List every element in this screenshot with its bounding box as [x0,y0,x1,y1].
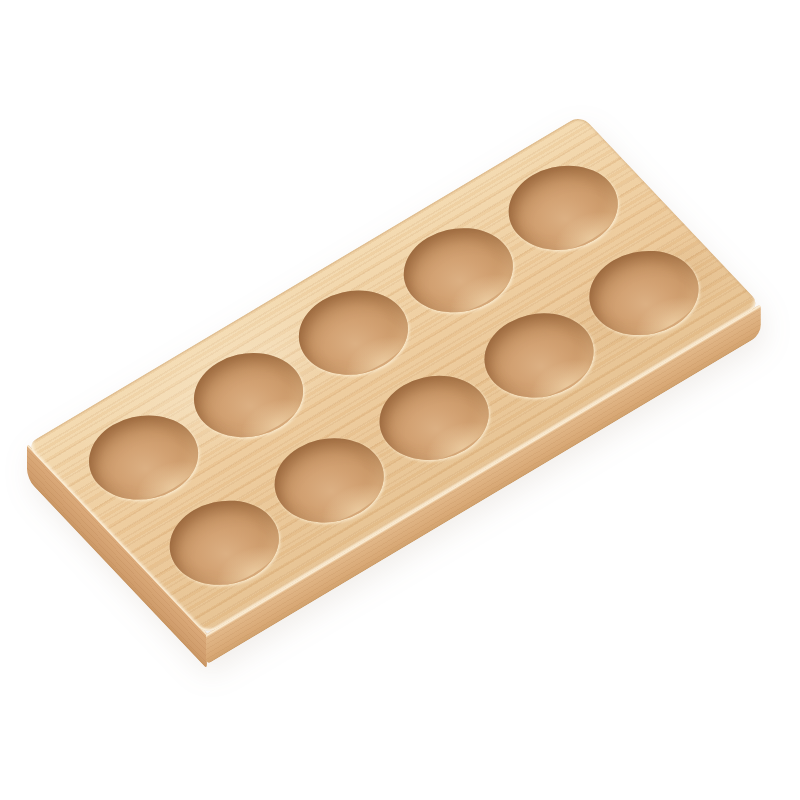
photo-background [0,0,800,800]
pit-r2-c5[interactable] [567,234,719,353]
pit-r1-c4[interactable] [382,211,534,330]
pit-r2-c1[interactable] [148,483,300,602]
pit-r1-c5[interactable] [487,148,639,267]
pit-r1-c1[interactable] [68,398,220,517]
pit-r1-c3[interactable] [277,273,429,392]
pit-r1-c2[interactable] [173,335,325,454]
pit-r2-c2[interactable] [253,421,405,540]
pit-r2-c3[interactable] [358,358,510,477]
mancala-board [0,0,800,800]
pit-r2-c4[interactable] [463,296,615,415]
